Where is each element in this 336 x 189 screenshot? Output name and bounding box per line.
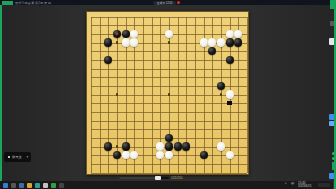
white-stone (200, 38, 208, 46)
move-counter: 125/250 (171, 176, 183, 180)
chevron-down-icon[interactable]: ▾ (27, 155, 29, 159)
go-board[interactable] (86, 11, 249, 175)
seekbar-fill (119, 177, 156, 179)
white-stone (208, 38, 216, 46)
app-logo (2, 1, 13, 5)
desktop-screen: 围棋对局直播 第2局 黑 白 直播中 1234 125/250 上一手 下一手 … (0, 0, 336, 189)
white-stone (234, 30, 242, 38)
seekbar-handle[interactable] (155, 176, 161, 180)
white-stone (165, 30, 173, 38)
white-stone (217, 142, 225, 150)
grid-line-h (91, 173, 247, 174)
grid-line-h (91, 103, 247, 104)
live-badge: 直播中 1234 (153, 1, 176, 5)
white-stone (122, 151, 130, 159)
white-stone (226, 90, 234, 98)
black-stone (113, 151, 121, 159)
black-stone (226, 38, 234, 46)
tray-ime-indicator[interactable]: 中 (291, 182, 294, 186)
grid-line-h (91, 121, 247, 122)
white-stone (156, 142, 164, 150)
search-icon[interactable] (11, 183, 16, 188)
black-stone (165, 142, 173, 150)
white-stone (130, 38, 138, 46)
tray-caret-icon[interactable]: ^ (285, 182, 286, 186)
app-icon-dark[interactable] (59, 183, 64, 188)
black-stone (208, 47, 216, 55)
window-title: 围棋对局直播 第2局 黑 白 (15, 1, 51, 5)
folder-icon[interactable] (27, 183, 32, 188)
black-stone (174, 142, 182, 150)
star-point (220, 93, 222, 95)
white-stone (122, 38, 130, 46)
black-stone (104, 142, 112, 150)
black-stone (182, 142, 190, 150)
replay-seekbar[interactable] (119, 177, 169, 179)
start-icon[interactable] (3, 183, 8, 188)
white-stone (226, 151, 234, 159)
black-stone (165, 134, 173, 142)
star-point (168, 93, 170, 95)
app-icon-green[interactable] (51, 183, 56, 188)
black-stone (234, 38, 242, 46)
chat-overlay[interactable]: 聊天室 ▾ (4, 152, 31, 162)
grid-line-h (91, 164, 247, 165)
black-stone (122, 30, 130, 38)
grid-line-v (195, 17, 196, 173)
white-stone (165, 151, 173, 159)
grid-line-h (91, 129, 247, 130)
grid-line-v (247, 17, 248, 173)
star-point (116, 41, 118, 43)
record-icon[interactable] (177, 1, 180, 4)
tray-clock-date: 2023/6/15 (298, 185, 311, 188)
black-stone (122, 142, 130, 150)
status-dot-icon (8, 156, 10, 158)
grid-line-h (91, 112, 247, 113)
annotation-marker (227, 101, 232, 106)
black-stone (226, 56, 234, 64)
black-stone (217, 82, 225, 90)
main-area: 125/250 上一手 下一手 自动播放 聊天室 ▾ (2, 5, 334, 181)
star-point (116, 93, 118, 95)
star-point (116, 145, 118, 147)
white-stone (226, 30, 234, 38)
chat-label: 聊天室 (12, 155, 22, 159)
tray-icons-box[interactable] (318, 183, 330, 187)
white-stone (130, 151, 138, 159)
white-stone (156, 151, 164, 159)
app-icon-gray[interactable] (43, 183, 48, 188)
app-icon-teal[interactable] (35, 183, 40, 188)
app-icon-blue[interactable] (19, 183, 24, 188)
black-stone (104, 56, 112, 64)
white-stone (130, 30, 138, 38)
tray-clock[interactable]: 15:45 2023/6/15 (298, 182, 311, 188)
black-stone (200, 151, 208, 159)
white-stone (217, 38, 225, 46)
star-point (168, 41, 170, 43)
black-stone (104, 38, 112, 46)
